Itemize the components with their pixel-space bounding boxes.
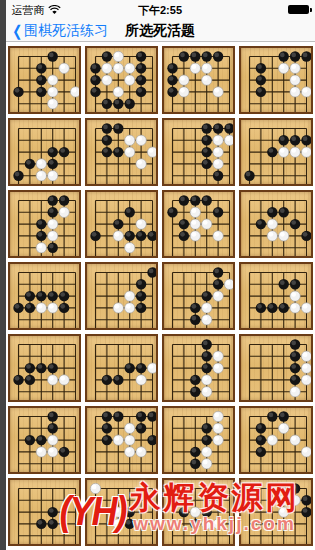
problem-thumbnail-27[interactable]	[162, 478, 235, 546]
problem-thumbnail-7[interactable]	[162, 118, 235, 186]
status-bar: 运营商 下午2:55	[6, 0, 315, 20]
problem-grid	[6, 42, 315, 546]
problem-thumbnail-19[interactable]	[162, 334, 235, 402]
problem-thumbnail-15[interactable]	[162, 262, 235, 330]
status-time: 下午2:55	[6, 3, 315, 18]
problem-thumbnail-21[interactable]	[8, 406, 81, 474]
problem-thumbnail-13[interactable]	[8, 262, 81, 330]
problem-thumbnail-12[interactable]	[239, 190, 312, 258]
problem-thumbnail-3[interactable]	[162, 46, 235, 114]
problem-thumbnail-22[interactable]	[85, 406, 158, 474]
problem-thumbnail-2[interactable]	[85, 46, 158, 114]
problem-thumbnail-16[interactable]	[239, 262, 312, 330]
back-button-label: 围棋死活练习	[24, 22, 108, 40]
back-chevron-icon: ❮	[12, 23, 22, 38]
problem-thumbnail-1[interactable]	[8, 46, 81, 114]
nav-bar: 所选死活题 ❮ 围棋死活练习	[6, 20, 315, 42]
app-screen: 运营商 下午2:55 所选死活题 ❮ 围棋死活练习	[6, 0, 315, 550]
problem-thumbnail-24[interactable]	[239, 406, 312, 474]
problem-thumbnail-25[interactable]	[8, 478, 81, 546]
problem-thumbnail-20[interactable]	[239, 334, 312, 402]
problem-thumbnail-28[interactable]	[239, 478, 312, 546]
problem-thumbnail-10[interactable]	[85, 190, 158, 258]
problem-thumbnail-26[interactable]	[85, 478, 158, 546]
problem-thumbnail-6[interactable]	[85, 118, 158, 186]
problem-thumbnail-23[interactable]	[162, 406, 235, 474]
problem-thumbnail-8[interactable]	[239, 118, 312, 186]
problem-thumbnail-11[interactable]	[162, 190, 235, 258]
problem-thumbnail-4[interactable]	[239, 46, 312, 114]
back-button[interactable]: ❮ 围棋死活练习	[6, 22, 109, 40]
problem-thumbnail-9[interactable]	[8, 190, 81, 258]
problem-thumbnail-17[interactable]	[8, 334, 81, 402]
battery-icon	[288, 5, 309, 14]
problem-thumbnail-14[interactable]	[85, 262, 158, 330]
problem-thumbnail-5[interactable]	[8, 118, 81, 186]
problem-thumbnail-18[interactable]	[85, 334, 158, 402]
